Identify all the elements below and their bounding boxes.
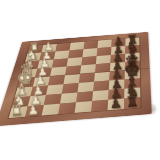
scene: ♜♟♟♜♞♟♟♞♝♟♟♝♛♟♟♛♚♟♟♚♝♟♟♝♞♟♟♞♜♟♟♜ <box>0 0 160 160</box>
square-h8[interactable]: ♜ <box>124 97 140 109</box>
white-rook[interactable]: ♜ <box>9 103 23 118</box>
square-f3[interactable] <box>46 84 63 95</box>
white-pawn[interactable]: ♟ <box>26 103 39 117</box>
square-d6[interactable] <box>95 63 110 73</box>
square-h1[interactable]: ♜ <box>9 106 28 118</box>
square-h5[interactable] <box>75 101 93 113</box>
square-h2[interactable]: ♟ <box>25 105 44 117</box>
square-h6[interactable] <box>91 100 108 112</box>
square-h7[interactable]: ♟ <box>108 99 125 111</box>
square-h4[interactable] <box>58 102 76 114</box>
square-e4[interactable] <box>63 74 80 84</box>
black-rook[interactable]: ♜ <box>125 94 139 109</box>
board-tilt: ♜♟♟♜♞♟♟♞♝♟♟♝♛♟♟♛♚♟♟♚♝♟♟♝♞♟♟♞♜♟♟♜ <box>0 32 152 126</box>
black-pawn[interactable]: ♟ <box>109 97 122 111</box>
square-f4[interactable] <box>62 83 79 94</box>
square-b5[interactable] <box>82 48 97 57</box>
chess-board: ♜♟♟♜♞♟♟♞♝♟♟♝♛♟♟♛♚♟♟♚♝♟♟♝♞♟♟♞♜♟♟♜ <box>0 32 152 126</box>
chess-set-photo: ♜♟♟♜♞♟♟♞♝♟♟♝♛♟♟♛♚♟♟♚♝♟♟♝♞♟♟♞♜♟♟♜ <box>0 0 160 160</box>
square-d4[interactable] <box>65 65 81 75</box>
board-grid: ♜♟♟♜♞♟♟♞♝♟♟♝♛♟♟♛♚♟♟♚♝♟♟♝♞♟♟♞♜♟♟♜ <box>9 37 141 118</box>
square-e6[interactable] <box>94 72 110 82</box>
square-h3[interactable] <box>42 104 60 116</box>
